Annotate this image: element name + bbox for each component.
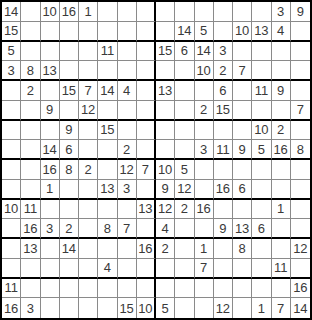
cell-r13c14-empty[interactable] [252,239,271,259]
cell-r8c8-empty[interactable] [137,140,156,160]
cell-r14c8-empty[interactable] [137,259,156,279]
cell-r14c6-given[interactable]: 4 [98,259,117,279]
sudoku-board: 1410161391514510134511156143381310272157… [0,0,312,320]
cell-r11c16-empty[interactable] [291,200,310,220]
cell-r14c9-empty[interactable] [156,259,175,279]
cell-r13c8-given[interactable]: 16 [137,239,156,259]
cell-r12c9-given[interactable]: 4 [156,219,175,239]
cell-r3c14-empty[interactable] [252,42,271,62]
cell-r1c15-given[interactable]: 3 [272,2,291,22]
cell-r4c13-given[interactable]: 7 [233,61,252,81]
cell-r7c15-given[interactable]: 2 [272,121,291,141]
cell-r6c10-empty[interactable] [175,101,194,121]
cell-r16c2-given[interactable]: 3 [21,298,40,318]
cell-r5c15-given[interactable]: 9 [272,81,291,101]
cell-r15c16-given[interactable]: 16 [291,279,310,299]
cell-r11c1-given[interactable]: 10 [2,200,21,220]
cell-r1c5-given[interactable]: 1 [79,2,98,22]
cell-r15c14-empty[interactable] [252,279,271,299]
cell-r6c2-empty[interactable] [21,101,40,121]
cell-r14c10-empty[interactable] [175,259,194,279]
cell-r16c11-empty[interactable] [195,298,214,318]
cell-r10c2-empty[interactable] [21,180,40,200]
cell-r8c6-empty[interactable] [98,140,117,160]
cell-r7c10-empty[interactable] [175,121,194,141]
cell-r2c12-empty[interactable] [214,22,233,42]
cell-r13c2-given[interactable]: 13 [21,239,40,259]
cell-r9c2-empty[interactable] [21,160,40,180]
cell-r9c12-empty[interactable] [214,160,233,180]
cell-r8c15-given[interactable]: 16 [272,140,291,160]
cell-r12c10-empty[interactable] [175,219,194,239]
cell-r16c9-given[interactable]: 5 [156,298,175,318]
cell-r10c8-empty[interactable] [137,180,156,200]
cell-r8c11-given[interactable]: 3 [195,140,214,160]
cell-r2c14-given[interactable]: 13 [252,22,271,42]
cell-r9c15-empty[interactable] [272,160,291,180]
cell-r10c15-empty[interactable] [272,180,291,200]
cell-r12c12-given[interactable]: 9 [214,219,233,239]
cell-r11c5-empty[interactable] [79,200,98,220]
cell-r5c13-empty[interactable] [233,81,252,101]
cell-r8c12-given[interactable]: 11 [214,140,233,160]
cell-r13c11-given[interactable]: 1 [195,239,214,259]
cell-r13c9-given[interactable]: 2 [156,239,175,259]
cell-r15c10-empty[interactable] [175,279,194,299]
cell-r4c5-empty[interactable] [79,61,98,81]
cell-r7c13-empty[interactable] [233,121,252,141]
cell-r15c5-empty[interactable] [79,279,98,299]
cell-r8c9-empty[interactable] [156,140,175,160]
cell-r16c6-empty[interactable] [98,298,117,318]
cell-r1c14-empty[interactable] [252,2,271,22]
cell-r6c14-empty[interactable] [252,101,271,121]
cell-r4c8-empty[interactable] [137,61,156,81]
cell-r9c11-empty[interactable] [195,160,214,180]
cell-r8c4-given[interactable]: 6 [60,140,79,160]
cell-r15c2-empty[interactable] [21,279,40,299]
cell-r9c13-empty[interactable] [233,160,252,180]
cell-r10c5-empty[interactable] [79,180,98,200]
cell-r5c16-empty[interactable] [291,81,310,101]
cell-r13c12-empty[interactable] [214,239,233,259]
cell-r2c4-empty[interactable] [60,22,79,42]
cell-r7c6-given[interactable]: 15 [98,121,117,141]
cell-r2c2-empty[interactable] [21,22,40,42]
cell-r7c2-empty[interactable] [21,121,40,141]
cell-r6c11-given[interactable]: 2 [195,101,214,121]
cell-r13c7-empty[interactable] [118,239,137,259]
cell-r1c12-empty[interactable] [214,2,233,22]
cell-r6c13-empty[interactable] [233,101,252,121]
cell-r10c11-empty[interactable] [195,180,214,200]
cell-r8c2-empty[interactable] [21,140,40,160]
cell-r10c16-empty[interactable] [291,180,310,200]
cell-r4c12-given[interactable]: 2 [214,61,233,81]
cell-r4c14-empty[interactable] [252,61,271,81]
cell-r2c1-given[interactable]: 15 [2,22,21,42]
cell-r9c6-empty[interactable] [98,160,117,180]
cell-r1c8-empty[interactable] [137,2,156,22]
cell-r1c4-given[interactable]: 16 [60,2,79,22]
cell-r13c13-given[interactable]: 8 [233,239,252,259]
cell-r6c1-empty[interactable] [2,101,21,121]
cell-r9c14-empty[interactable] [252,160,271,180]
cell-r13c16-given[interactable]: 12 [291,239,310,259]
cell-r5c11-empty[interactable] [195,81,214,101]
cell-r9c7-given[interactable]: 12 [118,160,137,180]
cell-r3c4-empty[interactable] [60,42,79,62]
cell-r11c10-given[interactable]: 2 [175,200,194,220]
cell-r14c7-empty[interactable] [118,259,137,279]
cell-r10c6-given[interactable]: 13 [98,180,117,200]
cell-r3c3-empty[interactable] [41,42,60,62]
cell-r5c8-empty[interactable] [137,81,156,101]
cell-r4c1-given[interactable]: 3 [2,61,21,81]
cell-r2c5-empty[interactable] [79,22,98,42]
cell-r2c11-given[interactable]: 5 [195,22,214,42]
cell-r16c3-empty[interactable] [41,298,60,318]
cell-r7c1-empty[interactable] [2,121,21,141]
cell-r8c5-empty[interactable] [79,140,98,160]
cell-r11c8-given[interactable]: 13 [137,200,156,220]
cell-r4c7-empty[interactable] [118,61,137,81]
cell-r9c3-given[interactable]: 16 [41,160,60,180]
cell-r5c3-empty[interactable] [41,81,60,101]
cell-r6c16-given[interactable]: 7 [291,101,310,121]
cell-r16c14-given[interactable]: 1 [252,298,271,318]
cell-r3c7-empty[interactable] [118,42,137,62]
cell-r8c14-given[interactable]: 5 [252,140,271,160]
cell-r6c3-given[interactable]: 9 [41,101,60,121]
cell-r5c1-empty[interactable] [2,81,21,101]
cell-r3c8-empty[interactable] [137,42,156,62]
cell-r1c11-empty[interactable] [195,2,214,22]
cell-r11c12-empty[interactable] [214,200,233,220]
cell-r11c3-empty[interactable] [41,200,60,220]
cell-r16c15-given[interactable]: 7 [272,298,291,318]
cell-r16c10-empty[interactable] [175,298,194,318]
cell-r15c12-empty[interactable] [214,279,233,299]
cell-r11c2-given[interactable]: 11 [21,200,40,220]
cell-r14c2-empty[interactable] [21,259,40,279]
cell-r16c12-given[interactable]: 12 [214,298,233,318]
cell-r3c11-given[interactable]: 14 [195,42,214,62]
cell-r4c3-given[interactable]: 13 [41,61,60,81]
cell-r12c15-empty[interactable] [272,219,291,239]
cell-r15c15-empty[interactable] [272,279,291,299]
cell-r8c10-empty[interactable] [175,140,194,160]
cell-r11c15-given[interactable]: 1 [272,200,291,220]
cell-r16c8-given[interactable]: 10 [137,298,156,318]
cell-r2c8-empty[interactable] [137,22,156,42]
cell-r7c5-empty[interactable] [79,121,98,141]
cell-r11c13-empty[interactable] [233,200,252,220]
cell-r7c9-empty[interactable] [156,121,175,141]
cell-r14c14-empty[interactable] [252,259,271,279]
cell-r13c3-empty[interactable] [41,239,60,259]
cell-r10c9-given[interactable]: 9 [156,180,175,200]
cell-r6c12-given[interactable]: 15 [214,101,233,121]
cell-r15c1-given[interactable]: 11 [2,279,21,299]
cell-r9c9-given[interactable]: 10 [156,160,175,180]
cell-r4c2-given[interactable]: 8 [21,61,40,81]
cell-r13c15-empty[interactable] [272,239,291,259]
cell-r3c6-given[interactable]: 11 [98,42,117,62]
cell-r3c5-empty[interactable] [79,42,98,62]
cell-r6c5-given[interactable]: 12 [79,101,98,121]
cell-r14c16-empty[interactable] [291,259,310,279]
cell-r8c13-given[interactable]: 9 [233,140,252,160]
cell-r5c2-given[interactable]: 2 [21,81,40,101]
cell-r3c12-given[interactable]: 3 [214,42,233,62]
cell-r4c16-empty[interactable] [291,61,310,81]
cell-r5c12-given[interactable]: 6 [214,81,233,101]
cell-r1c10-empty[interactable] [175,2,194,22]
cell-r2c16-empty[interactable] [291,22,310,42]
cell-r4c6-empty[interactable] [98,61,117,81]
cell-r2c6-empty[interactable] [98,22,117,42]
cell-r3c9-given[interactable]: 15 [156,42,175,62]
cell-r7c8-empty[interactable] [137,121,156,141]
cell-r5c4-given[interactable]: 15 [60,81,79,101]
cell-r15c7-empty[interactable] [118,279,137,299]
cell-r16c1-given[interactable]: 16 [2,298,21,318]
cell-r16c4-empty[interactable] [60,298,79,318]
cell-r7c3-empty[interactable] [41,121,60,141]
cell-r12c7-given[interactable]: 7 [118,219,137,239]
cell-r16c16-given[interactable]: 14 [291,298,310,318]
cell-r5c7-given[interactable]: 4 [118,81,137,101]
cell-r12c8-empty[interactable] [137,219,156,239]
cell-r15c6-empty[interactable] [98,279,117,299]
cell-r13c6-empty[interactable] [98,239,117,259]
cell-r16c13-empty[interactable] [233,298,252,318]
cell-r4c10-empty[interactable] [175,61,194,81]
cell-r7c11-empty[interactable] [195,121,214,141]
cell-r13c4-given[interactable]: 14 [60,239,79,259]
cell-r3c16-empty[interactable] [291,42,310,62]
cell-r2c13-given[interactable]: 10 [233,22,252,42]
cell-r14c12-empty[interactable] [214,259,233,279]
cell-r2c9-empty[interactable] [156,22,175,42]
cell-r3c10-given[interactable]: 6 [175,42,194,62]
cell-r15c3-empty[interactable] [41,279,60,299]
cell-r3c1-given[interactable]: 5 [2,42,21,62]
cell-r13c10-empty[interactable] [175,239,194,259]
cell-r12c1-empty[interactable] [2,219,21,239]
cell-r6c7-empty[interactable] [118,101,137,121]
cell-r10c13-given[interactable]: 6 [233,180,252,200]
cell-r3c2-empty[interactable] [21,42,40,62]
cell-r6c15-empty[interactable] [272,101,291,121]
cell-r10c3-given[interactable]: 1 [41,180,60,200]
cell-r15c8-empty[interactable] [137,279,156,299]
cell-r2c3-empty[interactable] [41,22,60,42]
cell-r1c16-given[interactable]: 9 [291,2,310,22]
cell-r8c1-empty[interactable] [2,140,21,160]
cell-r14c15-given[interactable]: 11 [272,259,291,279]
cell-r1c13-empty[interactable] [233,2,252,22]
cell-r15c4-empty[interactable] [60,279,79,299]
cell-r4c4-empty[interactable] [60,61,79,81]
cell-r10c1-empty[interactable] [2,180,21,200]
cell-r5c14-given[interactable]: 11 [252,81,271,101]
cell-r12c13-given[interactable]: 13 [233,219,252,239]
cell-r6c8-empty[interactable] [137,101,156,121]
cell-r12c4-given[interactable]: 2 [60,219,79,239]
cell-r5c10-empty[interactable] [175,81,194,101]
cell-r12c11-empty[interactable] [195,219,214,239]
cell-r12c2-given[interactable]: 16 [21,219,40,239]
cell-r14c11-given[interactable]: 7 [195,259,214,279]
cell-r1c2-empty[interactable] [21,2,40,22]
cell-r12c3-given[interactable]: 3 [41,219,60,239]
cell-r15c13-empty[interactable] [233,279,252,299]
cell-r12c14-given[interactable]: 6 [252,219,271,239]
cell-r7c16-empty[interactable] [291,121,310,141]
cell-r16c5-empty[interactable] [79,298,98,318]
cell-r6c9-empty[interactable] [156,101,175,121]
cell-r2c10-given[interactable]: 14 [175,22,194,42]
cell-r4c15-empty[interactable] [272,61,291,81]
cell-r14c4-empty[interactable] [60,259,79,279]
cell-r9c10-given[interactable]: 5 [175,160,194,180]
cell-r2c7-empty[interactable] [118,22,137,42]
cell-r11c4-empty[interactable] [60,200,79,220]
cell-r14c13-empty[interactable] [233,259,252,279]
cell-r7c14-given[interactable]: 10 [252,121,271,141]
cell-r8c7-given[interactable]: 2 [118,140,137,160]
cell-r7c7-empty[interactable] [118,121,137,141]
cell-r8c16-given[interactable]: 8 [291,140,310,160]
cell-r11c11-given[interactable]: 16 [195,200,214,220]
cell-r3c13-empty[interactable] [233,42,252,62]
cell-r10c10-given[interactable]: 12 [175,180,194,200]
cell-r9c16-empty[interactable] [291,160,310,180]
cell-r12c5-empty[interactable] [79,219,98,239]
cell-r6c4-empty[interactable] [60,101,79,121]
cell-r14c5-empty[interactable] [79,259,98,279]
cell-r1c3-given[interactable]: 10 [41,2,60,22]
cell-r14c1-empty[interactable] [2,259,21,279]
cell-r10c14-empty[interactable] [252,180,271,200]
cell-r10c4-empty[interactable] [60,180,79,200]
cell-r2c15-given[interactable]: 4 [272,22,291,42]
cell-r9c4-given[interactable]: 8 [60,160,79,180]
cell-r7c12-empty[interactable] [214,121,233,141]
cell-r13c5-empty[interactable] [79,239,98,259]
cell-r12c6-given[interactable]: 8 [98,219,117,239]
cell-r11c9-given[interactable]: 12 [156,200,175,220]
cell-r9c1-empty[interactable] [2,160,21,180]
cell-r14c3-empty[interactable] [41,259,60,279]
cell-r4c11-given[interactable]: 10 [195,61,214,81]
cell-r11c6-empty[interactable] [98,200,117,220]
cell-r1c6-empty[interactable] [98,2,117,22]
cell-r11c7-empty[interactable] [118,200,137,220]
cell-r5c9-given[interactable]: 13 [156,81,175,101]
cell-r11c14-empty[interactable] [252,200,271,220]
cell-r9c8-given[interactable]: 7 [137,160,156,180]
cell-r6c6-empty[interactable] [98,101,117,121]
cell-r3c15-empty[interactable] [272,42,291,62]
cell-r1c9-empty[interactable] [156,2,175,22]
cell-r1c7-empty[interactable] [118,2,137,22]
cell-r5c5-given[interactable]: 7 [79,81,98,101]
cell-r12c16-empty[interactable] [291,219,310,239]
cell-r5c6-given[interactable]: 14 [98,81,117,101]
cell-r16c7-given[interactable]: 15 [118,298,137,318]
cell-r8c3-given[interactable]: 14 [41,140,60,160]
cell-r4c9-empty[interactable] [156,61,175,81]
cell-r15c11-empty[interactable] [195,279,214,299]
cell-r10c7-given[interactable]: 3 [118,180,137,200]
cell-r15c9-empty[interactable] [156,279,175,299]
cell-r13c1-empty[interactable] [2,239,21,259]
cell-r9c5-given[interactable]: 2 [79,160,98,180]
cell-r7c4-given[interactable]: 9 [60,121,79,141]
cell-r1c1-given[interactable]: 14 [2,2,21,22]
cell-r10c12-given[interactable]: 16 [214,180,233,200]
